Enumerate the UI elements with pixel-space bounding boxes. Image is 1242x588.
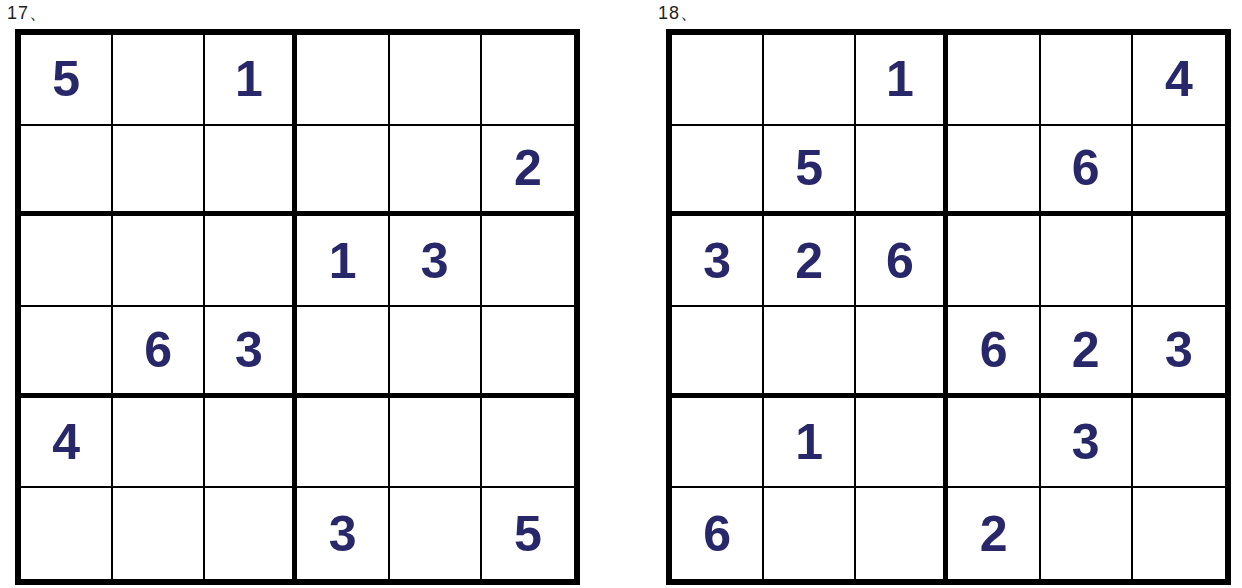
cell-r1c1-empty[interactable] xyxy=(672,35,764,126)
cell-r6c5-empty[interactable] xyxy=(1041,488,1133,579)
cell-r2c1-empty[interactable] xyxy=(21,126,113,217)
cell-r1c6-empty[interactable] xyxy=(482,35,574,126)
cell-r2c6-empty[interactable] xyxy=(1133,126,1225,217)
cell-r6c2-empty[interactable] xyxy=(113,488,205,579)
cell-r6c3-empty[interactable] xyxy=(205,488,297,579)
cell-r3c6-empty[interactable] xyxy=(482,216,574,307)
cell-r4c2-empty[interactable] xyxy=(764,307,856,398)
cell-r1c3-given: 1 xyxy=(856,35,948,126)
cell-r1c5-empty[interactable] xyxy=(390,35,482,126)
cell-r2c2-empty[interactable] xyxy=(113,126,205,217)
cell-r3c6-empty[interactable] xyxy=(1133,216,1225,307)
worksheet-page: 17、 5121363435 18、 14563266231362 xyxy=(0,0,1242,588)
cell-r4c4-given: 6 xyxy=(948,307,1040,398)
cell-r5c5-empty[interactable] xyxy=(390,398,482,489)
cell-r1c3-given: 1 xyxy=(205,35,297,126)
cell-r2c2-given: 5 xyxy=(764,126,856,217)
cell-r4c3-given: 3 xyxy=(205,307,297,398)
cell-r6c5-empty[interactable] xyxy=(390,488,482,579)
cell-r3c2-empty[interactable] xyxy=(113,216,205,307)
cell-r3c4-empty[interactable] xyxy=(948,216,1040,307)
cell-r5c1-given: 4 xyxy=(21,398,113,489)
cell-r3c4-given: 1 xyxy=(297,216,389,307)
cell-r3c5-empty[interactable] xyxy=(1041,216,1133,307)
cell-r4c3-empty[interactable] xyxy=(856,307,948,398)
cell-r5c2-given: 1 xyxy=(764,398,856,489)
cell-r2c3-empty[interactable] xyxy=(205,126,297,217)
cell-r2c5-given: 6 xyxy=(1041,126,1133,217)
cell-r2c3-empty[interactable] xyxy=(856,126,948,217)
cell-r3c2-given: 2 xyxy=(764,216,856,307)
cell-r1c5-empty[interactable] xyxy=(1041,35,1133,126)
cell-r4c1-empty[interactable] xyxy=(672,307,764,398)
cell-r2c5-empty[interactable] xyxy=(390,126,482,217)
cell-r6c6-empty[interactable] xyxy=(1133,488,1225,579)
cell-r4c6-empty[interactable] xyxy=(482,307,574,398)
cell-r1c6-given: 4 xyxy=(1133,35,1225,126)
cell-r5c6-empty[interactable] xyxy=(482,398,574,489)
cell-r2c6-given: 2 xyxy=(482,126,574,217)
cell-r4c6-given: 3 xyxy=(1133,307,1225,398)
cell-r3c5-given: 3 xyxy=(390,216,482,307)
cell-r5c6-empty[interactable] xyxy=(1133,398,1225,489)
puzzle-18-label: 18、 xyxy=(658,2,1231,24)
puzzle-18: 18、 14563266231362 xyxy=(666,2,1231,585)
cell-r5c4-empty[interactable] xyxy=(948,398,1040,489)
cell-r4c5-empty[interactable] xyxy=(390,307,482,398)
cell-r2c4-empty[interactable] xyxy=(297,126,389,217)
cell-r5c4-empty[interactable] xyxy=(297,398,389,489)
cell-r4c5-given: 2 xyxy=(1041,307,1133,398)
cell-r6c4-given: 2 xyxy=(948,488,1040,579)
cell-r5c2-empty[interactable] xyxy=(113,398,205,489)
sudoku-board-17: 5121363435 xyxy=(15,29,580,585)
cell-r4c4-empty[interactable] xyxy=(297,307,389,398)
cell-r6c4-given: 3 xyxy=(297,488,389,579)
cell-r1c4-empty[interactable] xyxy=(297,35,389,126)
cell-r6c6-given: 5 xyxy=(482,488,574,579)
cell-r4c1-empty[interactable] xyxy=(21,307,113,398)
cell-r5c1-empty[interactable] xyxy=(672,398,764,489)
cell-r3c3-given: 6 xyxy=(856,216,948,307)
cell-r3c1-empty[interactable] xyxy=(21,216,113,307)
cell-r5c5-given: 3 xyxy=(1041,398,1133,489)
cell-r6c1-empty[interactable] xyxy=(21,488,113,579)
puzzle-17: 17、 5121363435 xyxy=(15,2,580,585)
sudoku-board-18: 14563266231362 xyxy=(666,29,1231,585)
cell-r1c4-empty[interactable] xyxy=(948,35,1040,126)
cell-r6c1-given: 6 xyxy=(672,488,764,579)
cell-r1c2-empty[interactable] xyxy=(113,35,205,126)
cell-r3c3-empty[interactable] xyxy=(205,216,297,307)
cell-r2c4-empty[interactable] xyxy=(948,126,1040,217)
puzzle-17-label: 17、 xyxy=(7,2,580,24)
cell-r4c2-given: 6 xyxy=(113,307,205,398)
cell-r6c3-empty[interactable] xyxy=(856,488,948,579)
cell-r6c2-empty[interactable] xyxy=(764,488,856,579)
cell-r1c2-empty[interactable] xyxy=(764,35,856,126)
cell-r5c3-empty[interactable] xyxy=(205,398,297,489)
cell-r2c1-empty[interactable] xyxy=(672,126,764,217)
cell-r1c1-given: 5 xyxy=(21,35,113,126)
cell-r5c3-empty[interactable] xyxy=(856,398,948,489)
cell-r3c1-given: 3 xyxy=(672,216,764,307)
